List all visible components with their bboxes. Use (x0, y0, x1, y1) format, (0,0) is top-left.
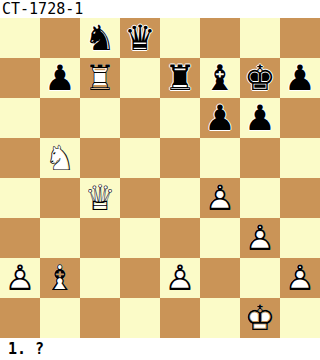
square-d6[interactable] (120, 98, 160, 138)
square-c1[interactable] (80, 298, 120, 338)
piece-black-king: ♚ (240, 58, 280, 98)
piece-black-pawn: ♟ (240, 98, 280, 138)
square-c2[interactable] (80, 258, 120, 298)
piece-black-rook: ♜ (160, 58, 200, 98)
square-f6[interactable]: ♟ (200, 98, 240, 138)
square-e7[interactable]: ♜ (160, 58, 200, 98)
square-g8[interactable] (240, 18, 280, 58)
square-c5[interactable] (80, 138, 120, 178)
square-e1[interactable] (160, 298, 200, 338)
square-g6[interactable]: ♟ (240, 98, 280, 138)
square-f2[interactable] (200, 258, 240, 298)
square-d7[interactable] (120, 58, 160, 98)
square-h5[interactable] (280, 138, 320, 178)
move-prompt: 1. ? (8, 338, 44, 360)
square-c7[interactable]: ♜♖ (80, 58, 120, 98)
square-h8[interactable] (280, 18, 320, 58)
square-h2[interactable]: ♟♙ (280, 258, 320, 298)
square-b8[interactable] (40, 18, 80, 58)
piece-white-pawn: ♟♙ (240, 218, 280, 258)
square-g4[interactable] (240, 178, 280, 218)
chess-board: ♞♛♟♜♖♜♝♚♟♟♟♞♘♛♕♟♙♟♙♟♙♝♗♟♙♟♙♚♔ (0, 18, 320, 338)
square-e4[interactable] (160, 178, 200, 218)
piece-black-bishop: ♝ (200, 58, 240, 98)
diagram-title: CT-1728-1 (2, 0, 83, 18)
square-f5[interactable] (200, 138, 240, 178)
square-b2[interactable]: ♝♗ (40, 258, 80, 298)
square-b3[interactable] (40, 218, 80, 258)
piece-white-pawn: ♟♙ (200, 178, 240, 218)
square-c4[interactable]: ♛♕ (80, 178, 120, 218)
square-b6[interactable] (40, 98, 80, 138)
piece-white-rook: ♜♖ (80, 58, 120, 98)
square-a2[interactable]: ♟♙ (0, 258, 40, 298)
square-e2[interactable]: ♟♙ (160, 258, 200, 298)
square-b5[interactable]: ♞♘ (40, 138, 80, 178)
square-h3[interactable] (280, 218, 320, 258)
square-a4[interactable] (0, 178, 40, 218)
piece-white-pawn: ♟♙ (160, 258, 200, 298)
square-d4[interactable] (120, 178, 160, 218)
square-d5[interactable] (120, 138, 160, 178)
square-a3[interactable] (0, 218, 40, 258)
square-c3[interactable] (80, 218, 120, 258)
square-f7[interactable]: ♝ (200, 58, 240, 98)
square-a7[interactable] (0, 58, 40, 98)
piece-black-queen: ♛ (120, 18, 160, 58)
square-h4[interactable] (280, 178, 320, 218)
square-a1[interactable] (0, 298, 40, 338)
piece-white-pawn: ♟♙ (0, 258, 40, 298)
square-h1[interactable] (280, 298, 320, 338)
square-e3[interactable] (160, 218, 200, 258)
square-f8[interactable] (200, 18, 240, 58)
piece-white-queen: ♛♕ (80, 178, 120, 218)
square-b1[interactable] (40, 298, 80, 338)
square-e8[interactable] (160, 18, 200, 58)
square-f3[interactable] (200, 218, 240, 258)
square-d1[interactable] (120, 298, 160, 338)
piece-white-pawn: ♟♙ (280, 258, 320, 298)
piece-black-pawn: ♟ (200, 98, 240, 138)
square-h7[interactable]: ♟ (280, 58, 320, 98)
square-f1[interactable] (200, 298, 240, 338)
square-b7[interactable]: ♟ (40, 58, 80, 98)
piece-black-pawn: ♟ (280, 58, 320, 98)
square-b4[interactable] (40, 178, 80, 218)
square-g7[interactable]: ♚ (240, 58, 280, 98)
square-g3[interactable]: ♟♙ (240, 218, 280, 258)
square-g5[interactable] (240, 138, 280, 178)
piece-white-king: ♚♔ (240, 298, 280, 338)
square-a6[interactable] (0, 98, 40, 138)
square-e6[interactable] (160, 98, 200, 138)
square-a8[interactable] (0, 18, 40, 58)
square-h6[interactable] (280, 98, 320, 138)
square-c8[interactable]: ♞ (80, 18, 120, 58)
square-g2[interactable] (240, 258, 280, 298)
square-d3[interactable] (120, 218, 160, 258)
square-g1[interactable]: ♚♔ (240, 298, 280, 338)
piece-white-knight: ♞♘ (40, 138, 80, 178)
square-a5[interactable] (0, 138, 40, 178)
piece-black-pawn: ♟ (40, 58, 80, 98)
piece-white-bishop: ♝♗ (40, 258, 80, 298)
square-c6[interactable] (80, 98, 120, 138)
square-d8[interactable]: ♛ (120, 18, 160, 58)
piece-black-knight: ♞ (80, 18, 120, 58)
square-e5[interactable] (160, 138, 200, 178)
square-f4[interactable]: ♟♙ (200, 178, 240, 218)
square-d2[interactable] (120, 258, 160, 298)
